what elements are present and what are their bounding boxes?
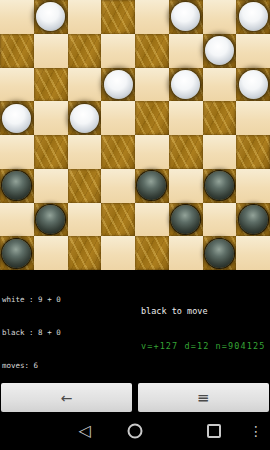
square-b5 [34,101,68,135]
engine-panel: black to move v=+127 d=12 n=904125 [141,283,265,375]
black-man-piece[interactable] [239,205,268,234]
square-e4 [135,135,169,169]
square-g3[interactable] [203,169,237,203]
overflow-menu-icon[interactable]: ⋮ [249,424,263,438]
square-h3 [236,169,270,203]
square-b3 [34,169,68,203]
square-c3[interactable] [68,169,102,203]
square-d6[interactable] [101,68,135,102]
square-a5[interactable] [0,101,34,135]
square-h1 [236,236,270,270]
square-d2[interactable] [101,203,135,237]
square-e3[interactable] [135,169,169,203]
square-a8 [0,0,34,34]
square-b4[interactable] [34,135,68,169]
status-panel: white : 9 + 0 black : 8 + 0 moves: 6 bla… [0,270,270,310]
black-man-piece[interactable] [171,205,200,234]
square-d7 [101,34,135,68]
checkers-board[interactable] [0,0,270,270]
square-h7 [236,34,270,68]
square-f7 [169,34,203,68]
square-d3 [101,169,135,203]
moves-count-line: moves: 6 [2,360,61,371]
square-e7[interactable] [135,34,169,68]
square-g5[interactable] [203,101,237,135]
piece-counts: white : 9 + 0 black : 8 + 0 moves: 6 [2,272,61,393]
square-c8 [68,0,102,34]
square-a6 [0,68,34,102]
menu-button[interactable]: ≡ [138,383,269,412]
black-man-piece[interactable] [205,171,234,200]
turn-indicator: black to move [141,306,265,318]
white-man-piece[interactable] [104,70,133,99]
square-c6 [68,68,102,102]
white-count-line: white : 9 + 0 [2,294,61,305]
white-man-piece[interactable] [70,104,99,133]
android-recents-icon[interactable] [207,424,221,438]
undo-move-button[interactable]: ← [1,383,132,412]
white-man-piece[interactable] [239,2,268,31]
android-home-icon[interactable] [128,424,143,439]
white-man-piece[interactable] [171,70,200,99]
square-c1[interactable] [68,236,102,270]
square-c2 [68,203,102,237]
android-back-icon[interactable]: ◁ [79,423,91,439]
square-f5 [169,101,203,135]
toolbar: ← ≡ [1,383,269,412]
square-e1[interactable] [135,236,169,270]
android-navbar: ◁ ⋮ [0,412,270,450]
square-g7[interactable] [203,34,237,68]
square-h8[interactable] [236,0,270,34]
square-c7[interactable] [68,34,102,68]
engine-stats: v=+127 d=12 n=904125 [141,341,265,353]
white-man-piece[interactable] [36,2,65,31]
square-e8 [135,0,169,34]
white-man-piece[interactable] [2,104,31,133]
square-f2[interactable] [169,203,203,237]
black-man-piece[interactable] [137,171,166,200]
square-a3[interactable] [0,169,34,203]
square-g4 [203,135,237,169]
square-g6 [203,68,237,102]
black-count-line: black : 8 + 0 [2,327,61,338]
hamburger-menu-icon: ≡ [197,392,210,404]
square-d4[interactable] [101,135,135,169]
square-c4 [68,135,102,169]
square-g8 [203,0,237,34]
square-f6[interactable] [169,68,203,102]
square-h4[interactable] [236,135,270,169]
square-d1 [101,236,135,270]
black-man-piece[interactable] [205,239,234,268]
square-g2 [203,203,237,237]
black-man-piece[interactable] [2,171,31,200]
square-a1[interactable] [0,236,34,270]
square-a4 [0,135,34,169]
square-g1[interactable] [203,236,237,270]
black-man-piece[interactable] [2,239,31,268]
square-d5 [101,101,135,135]
square-e5[interactable] [135,101,169,135]
black-man-piece[interactable] [36,205,65,234]
square-b1 [34,236,68,270]
square-a2 [0,203,34,237]
square-f8[interactable] [169,0,203,34]
square-f4[interactable] [169,135,203,169]
square-b8[interactable] [34,0,68,34]
square-b6[interactable] [34,68,68,102]
square-h5 [236,101,270,135]
square-f3 [169,169,203,203]
square-d8[interactable] [101,0,135,34]
square-e6 [135,68,169,102]
app-screen: white : 9 + 0 black : 8 + 0 moves: 6 bla… [0,0,270,450]
white-man-piece[interactable] [171,2,200,31]
square-b7 [34,34,68,68]
square-f1 [169,236,203,270]
square-h6[interactable] [236,68,270,102]
square-h2[interactable] [236,203,270,237]
square-b2[interactable] [34,203,68,237]
square-c5[interactable] [68,101,102,135]
left-arrow-icon: ← [61,391,73,405]
white-man-piece[interactable] [205,36,234,65]
white-man-piece[interactable] [239,70,268,99]
square-e2 [135,203,169,237]
square-a7[interactable] [0,34,34,68]
